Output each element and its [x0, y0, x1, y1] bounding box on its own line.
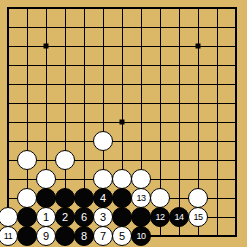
- white-stone[interactable]: [17, 150, 37, 170]
- grid-line-vertical-10: [179, 8, 180, 237]
- black-stone[interactable]: [36, 188, 56, 208]
- black-stone[interactable]: [55, 188, 75, 208]
- black-stone-move-14[interactable]: 14: [169, 207, 189, 227]
- white-stone-move-9[interactable]: 9: [36, 226, 56, 246]
- black-stone[interactable]: [112, 207, 132, 227]
- white-stone-move-15[interactable]: 15: [188, 207, 208, 227]
- black-stone-move-4[interactable]: 4: [93, 188, 113, 208]
- star-point-11-3: [196, 44, 201, 49]
- white-stone-move-5[interactable]: 5: [112, 226, 132, 246]
- white-stone[interactable]: [131, 169, 151, 189]
- black-stone-move-8[interactable]: 8: [74, 226, 94, 246]
- grid-line-vertical-12: [217, 8, 218, 237]
- white-stone[interactable]: [112, 169, 132, 189]
- black-stone-move-6[interactable]: 6: [74, 207, 94, 227]
- black-stone[interactable]: [74, 188, 94, 208]
- grid-line-horizontal-9: [8, 160, 237, 161]
- black-stone-move-2[interactable]: 2: [55, 207, 75, 227]
- white-stone[interactable]: [55, 150, 75, 170]
- black-stone-move-10[interactable]: 10: [131, 226, 151, 246]
- black-stone-move-12[interactable]: 12: [150, 207, 170, 227]
- star-point-7-7: [120, 120, 125, 125]
- black-stone[interactable]: [17, 226, 37, 246]
- white-stone[interactable]: [93, 131, 113, 151]
- grid-line-horizontal-8: [8, 141, 237, 142]
- white-stone[interactable]: [188, 188, 208, 208]
- star-point-3-3: [44, 44, 49, 49]
- white-stone-move-13[interactable]: 13: [131, 188, 151, 208]
- black-stone[interactable]: [55, 226, 75, 246]
- black-stone[interactable]: [17, 207, 37, 227]
- black-stone[interactable]: [112, 188, 132, 208]
- white-stone[interactable]: [93, 169, 113, 189]
- white-stone-move-11[interactable]: 11: [0, 226, 18, 246]
- white-stone[interactable]: [36, 169, 56, 189]
- white-stone-move-3[interactable]: 3: [93, 207, 113, 227]
- black-stone[interactable]: [131, 207, 151, 227]
- white-stone-move-1[interactable]: 1: [36, 207, 56, 227]
- go-board[interactable]: 123456789101112131415: [0, 0, 247, 247]
- white-stone-move-7[interactable]: 7: [93, 226, 113, 246]
- white-stone[interactable]: [150, 188, 170, 208]
- white-stone[interactable]: [17, 188, 37, 208]
